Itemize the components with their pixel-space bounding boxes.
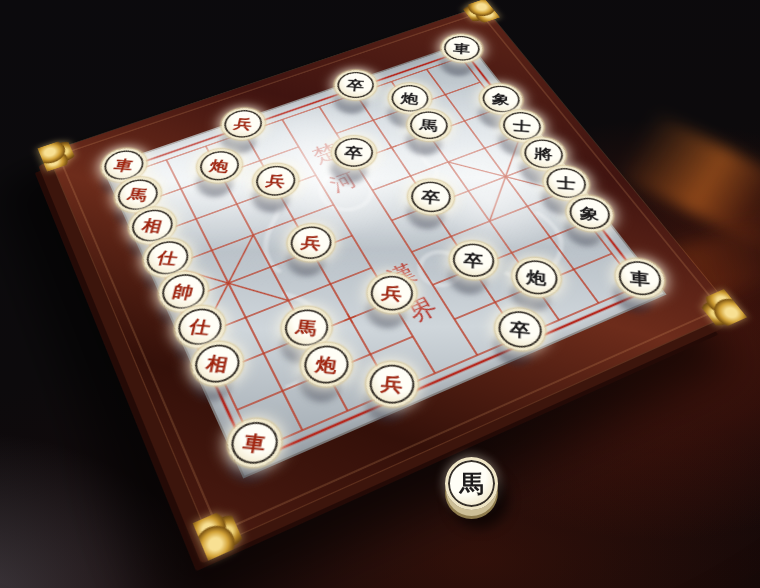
piece-character: 象 (580, 205, 599, 221)
piece-character: 卒 (344, 145, 364, 160)
piece-character: 士 (513, 119, 531, 133)
gold-filigree-icon (461, 0, 500, 25)
piece-character: 兵 (265, 173, 286, 189)
gold-filigree-icon (193, 507, 245, 560)
board-foot (54, 203, 92, 243)
piece-character: 兵 (233, 117, 254, 131)
piece-character: 炮 (400, 91, 419, 105)
piece-character: 兵 (300, 234, 322, 251)
piece-character: 帥 (171, 282, 195, 300)
piece-character: 卒 (509, 320, 530, 339)
gold-filigree-icon (38, 139, 77, 172)
piece-character: 馬 (126, 187, 149, 203)
piece-character: 炮 (209, 158, 231, 173)
piece-character: 將 (534, 146, 553, 161)
piece-character: 車 (630, 269, 651, 287)
piece-character: 相 (141, 217, 164, 234)
piece-character: 卒 (346, 78, 365, 92)
piece-character: 卒 (421, 189, 441, 205)
piece-character: 卒 (463, 251, 484, 268)
piece-character: 車 (242, 432, 268, 454)
piece-character: 仕 (156, 249, 180, 266)
board-foot (163, 468, 210, 525)
board-surface: 楚 河 漢 界 車馬相仕帥仕相車炮馬炮兵兵兵兵兵車象士將士象車炮馬炮卒卒卒卒卒 (102, 41, 667, 479)
piece-character: 兵 (381, 284, 403, 302)
piece-character: 馬 (295, 318, 318, 337)
xiangqi-board: 楚 河 漢 界 車馬相仕帥仕相車炮馬炮兵兵兵兵兵車象士將士象車炮馬炮卒卒卒卒卒 (48, 6, 734, 546)
scene: 楚 河 漢 界 車馬相仕帥仕相車炮馬炮兵兵兵兵兵車象士將士象車炮馬炮卒卒卒卒卒 … (0, 0, 760, 588)
piece-character: 仕 (188, 317, 212, 336)
piece-character: 馬 (419, 118, 438, 132)
piece-character: 炮 (526, 268, 546, 286)
piece-character: 相 (205, 354, 230, 374)
piece-black-chariot-a10[interactable]: 車 (434, 29, 490, 67)
piece-character: 車 (453, 42, 471, 55)
piece-character: 炮 (315, 354, 339, 374)
captured-piece-black-horse[interactable]: 馬 (445, 457, 498, 510)
piece-character: 車 (113, 157, 135, 172)
piece-character: 象 (492, 92, 510, 106)
piece-character: 馬 (460, 472, 484, 496)
piece-character: 士 (557, 175, 576, 191)
piece-character: 兵 (380, 374, 403, 394)
